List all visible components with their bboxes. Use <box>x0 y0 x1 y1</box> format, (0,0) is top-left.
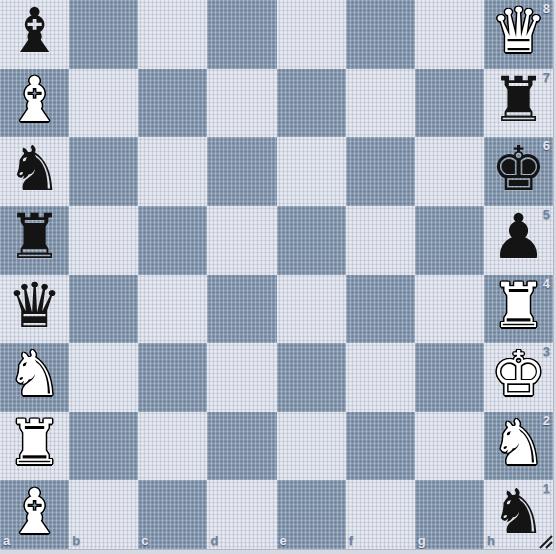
square-e4[interactable] <box>277 275 346 344</box>
piece-white-knight[interactable]: ♞ <box>491 412 547 474</box>
square-f2[interactable] <box>346 412 415 481</box>
piece-black-pawn[interactable]: ♟ <box>491 206 547 268</box>
board-resize-handle[interactable] <box>538 534 554 550</box>
square-d4[interactable] <box>207 275 276 344</box>
square-h4[interactable]: 4♜ <box>484 275 553 344</box>
piece-black-queen[interactable]: ♛ <box>7 275 63 337</box>
piece-black-king[interactable]: ♚ <box>491 138 547 200</box>
square-b4[interactable] <box>69 275 138 344</box>
piece-white-bishop[interactable]: ♝ <box>7 69 63 131</box>
piece-white-queen[interactable]: ♛ <box>491 0 547 62</box>
square-e2[interactable] <box>277 412 346 481</box>
square-c6[interactable] <box>138 137 207 206</box>
square-c4[interactable] <box>138 275 207 344</box>
square-f7[interactable] <box>346 69 415 138</box>
file-label-e: e <box>280 533 287 548</box>
square-h6[interactable]: 6♚ <box>484 137 553 206</box>
square-b5[interactable] <box>69 206 138 275</box>
square-a7[interactable]: ♝ <box>0 69 69 138</box>
square-a1[interactable]: a♝ <box>0 480 69 549</box>
piece-white-rook[interactable]: ♜ <box>491 275 547 337</box>
square-g2[interactable] <box>415 412 484 481</box>
square-a4[interactable]: ♛ <box>0 275 69 344</box>
file-label-f: f <box>349 533 353 548</box>
square-e6[interactable] <box>277 137 346 206</box>
square-c8[interactable] <box>138 0 207 69</box>
square-a5[interactable]: ♜ <box>0 206 69 275</box>
piece-black-bishop[interactable]: ♝ <box>7 0 63 62</box>
square-c3[interactable] <box>138 343 207 412</box>
square-b3[interactable] <box>69 343 138 412</box>
square-b2[interactable] <box>69 412 138 481</box>
square-c2[interactable] <box>138 412 207 481</box>
square-c7[interactable] <box>138 69 207 138</box>
file-label-d: d <box>210 533 218 548</box>
square-e1[interactable]: e <box>277 480 346 549</box>
square-e3[interactable] <box>277 343 346 412</box>
square-g7[interactable] <box>415 69 484 138</box>
square-d1[interactable]: d <box>207 480 276 549</box>
square-e8[interactable] <box>277 0 346 69</box>
square-a8[interactable]: ♝ <box>0 0 69 69</box>
square-h5[interactable]: 5♟ <box>484 206 553 275</box>
square-f1[interactable]: f <box>346 480 415 549</box>
square-c1[interactable]: c <box>138 480 207 549</box>
square-e5[interactable] <box>277 206 346 275</box>
file-label-b: b <box>72 533 80 548</box>
square-d7[interactable] <box>207 69 276 138</box>
square-g6[interactable] <box>415 137 484 206</box>
square-f5[interactable] <box>346 206 415 275</box>
square-b8[interactable] <box>69 0 138 69</box>
piece-white-king[interactable]: ♚ <box>491 343 547 405</box>
square-c5[interactable] <box>138 206 207 275</box>
square-g8[interactable] <box>415 0 484 69</box>
piece-white-knight[interactable]: ♞ <box>7 343 63 405</box>
file-label-c: c <box>141 533 148 548</box>
piece-black-rook[interactable]: ♜ <box>491 69 547 131</box>
square-g5[interactable] <box>415 206 484 275</box>
square-a3[interactable]: ♞ <box>0 343 69 412</box>
square-d8[interactable] <box>207 0 276 69</box>
square-g3[interactable] <box>415 343 484 412</box>
square-h2[interactable]: 2♞ <box>484 412 553 481</box>
piece-black-rook[interactable]: ♜ <box>7 206 63 268</box>
square-g4[interactable] <box>415 275 484 344</box>
piece-white-rook[interactable]: ♜ <box>7 412 63 474</box>
square-f8[interactable] <box>346 0 415 69</box>
square-f6[interactable] <box>346 137 415 206</box>
piece-black-knight[interactable]: ♞ <box>7 138 63 200</box>
square-d3[interactable] <box>207 343 276 412</box>
square-d6[interactable] <box>207 137 276 206</box>
square-d2[interactable] <box>207 412 276 481</box>
square-f4[interactable] <box>346 275 415 344</box>
square-f3[interactable] <box>346 343 415 412</box>
chess-app: ♝8♛♝7♜♞6♚♜5♟♛4♜♞3♚♜2♞a♝bcdefgh1♞ <box>0 0 556 554</box>
square-b1[interactable]: b <box>69 480 138 549</box>
square-g1[interactable]: g <box>415 480 484 549</box>
square-h3[interactable]: 3♚ <box>484 343 553 412</box>
file-label-g: g <box>418 533 426 548</box>
square-e7[interactable] <box>277 69 346 138</box>
square-b7[interactable] <box>69 69 138 138</box>
square-a2[interactable]: ♜ <box>0 412 69 481</box>
piece-white-bishop[interactable]: ♝ <box>7 481 63 543</box>
square-d5[interactable] <box>207 206 276 275</box>
square-a6[interactable]: ♞ <box>0 137 69 206</box>
chess-board: ♝8♛♝7♜♞6♚♜5♟♛4♜♞3♚♜2♞a♝bcdefgh1♞ <box>0 0 553 549</box>
square-b6[interactable] <box>69 137 138 206</box>
square-h8[interactable]: 8♛ <box>484 0 553 69</box>
square-h7[interactable]: 7♜ <box>484 69 553 138</box>
